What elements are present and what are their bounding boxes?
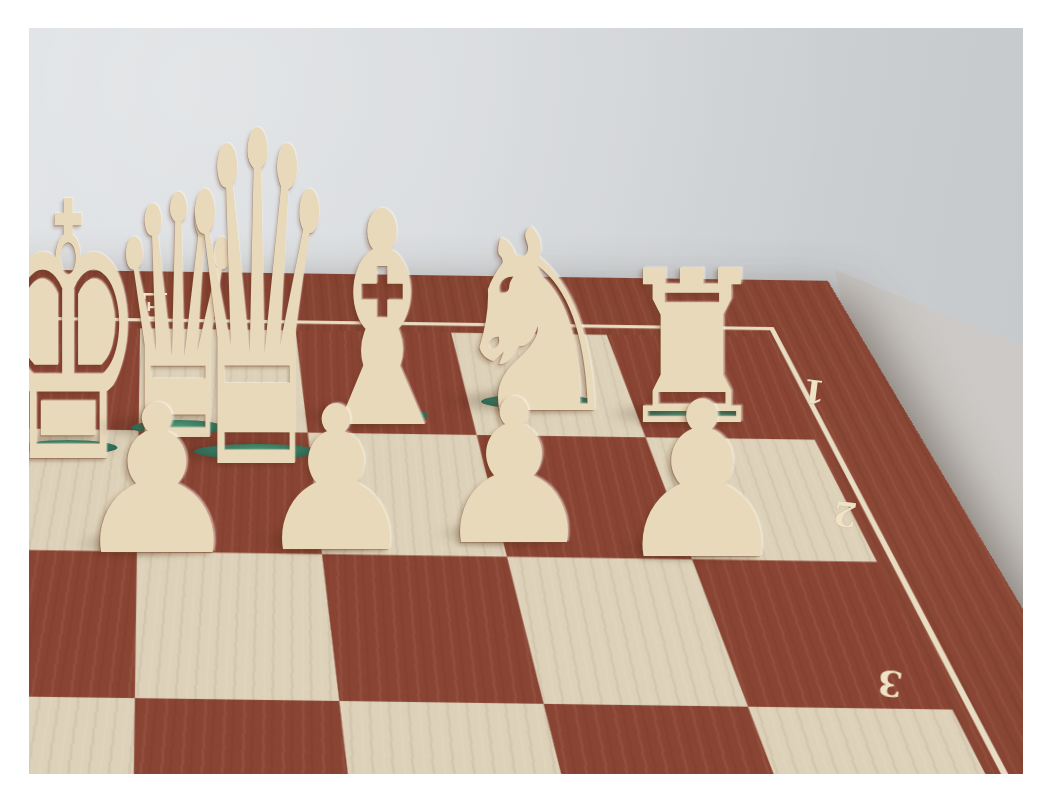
pawn-glyph: ♟ <box>433 373 594 573</box>
piece-white-pawn-b2: ♟ <box>424 373 603 539</box>
piece-white-pawn-d2: ♟ <box>65 378 250 549</box>
piece-white-pawn-a2: ♟ <box>605 374 799 553</box>
pawn-glyph: ♟ <box>72 378 242 584</box>
pawn-glyph: ♟ <box>613 374 791 590</box>
rank-label-3: 3 <box>875 662 905 707</box>
pawn-glyph: ♟ <box>255 380 416 580</box>
photo-frame: F E 1 2 3 ♚ ♛ ♛ ♝ ♞ <box>0 0 1047 800</box>
piece-white-pawn-c2: ♟ <box>246 380 425 546</box>
rank-label-1: 1 <box>801 371 828 411</box>
chess-photo: F E 1 2 3 ♚ ♛ ♛ ♝ ♞ <box>29 28 1023 774</box>
rank-label-2: 2 <box>831 493 859 536</box>
